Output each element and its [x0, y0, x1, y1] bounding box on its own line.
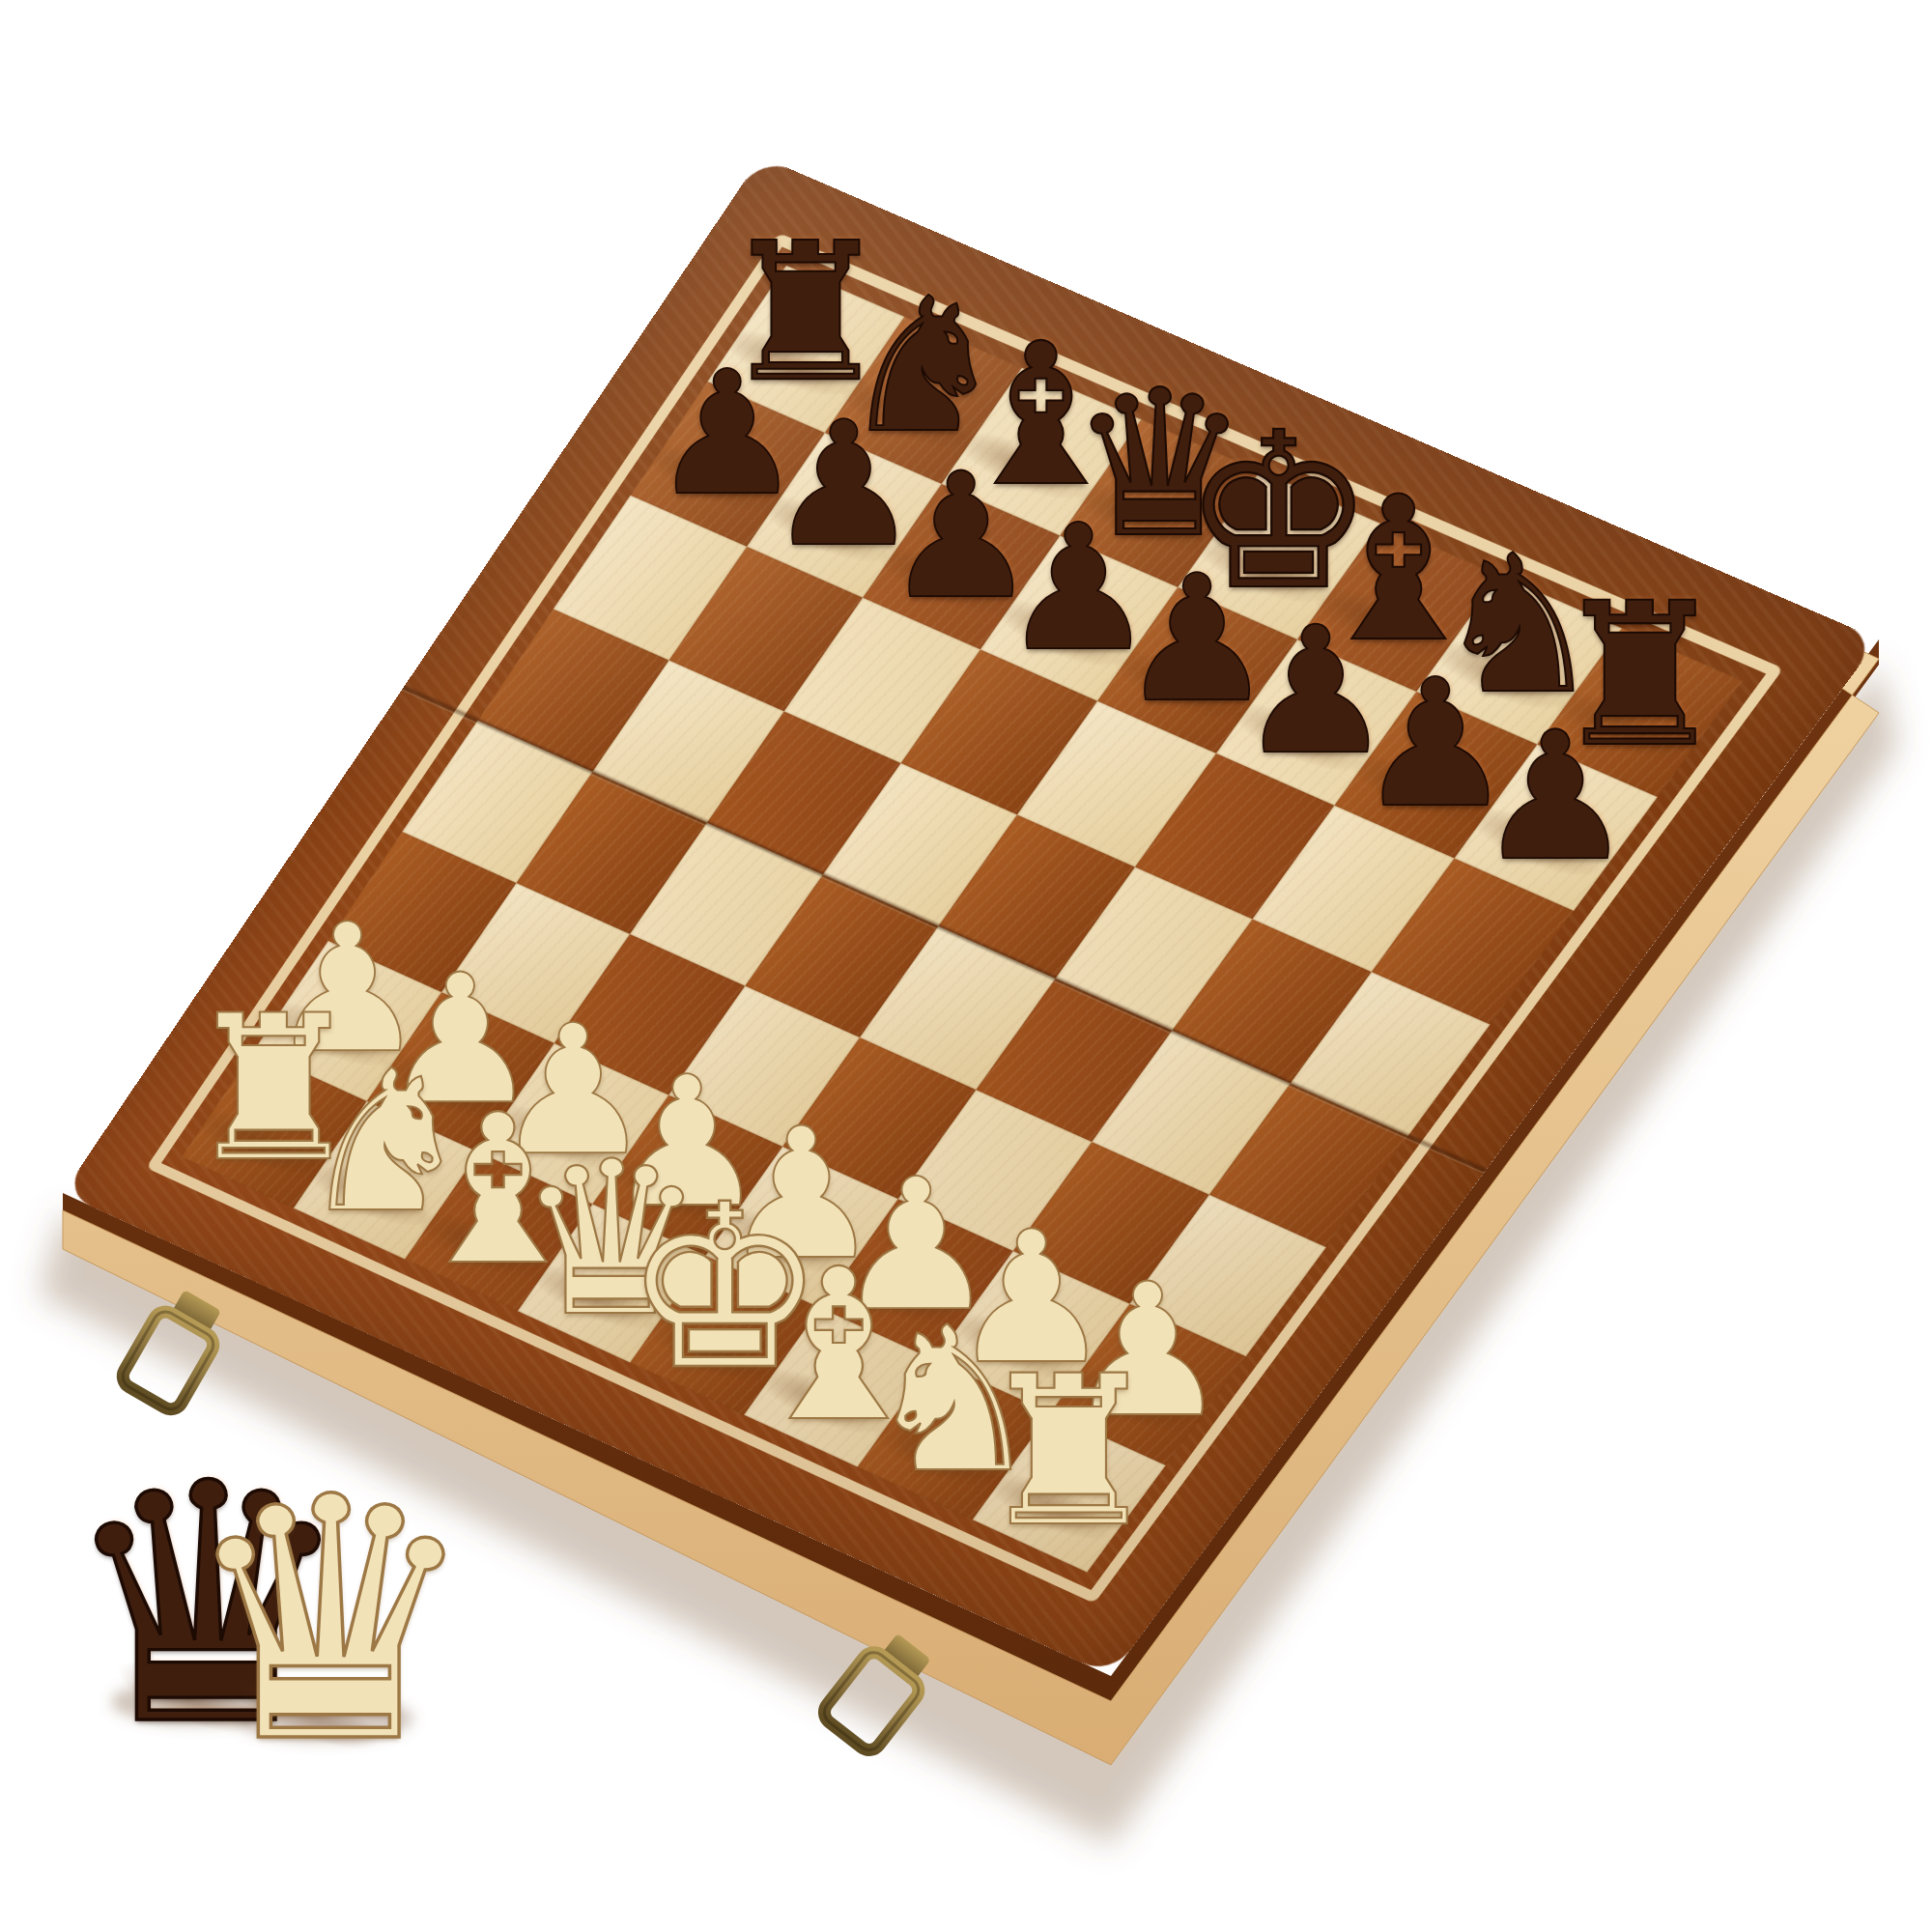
piece-black-pawn-h7[interactable]: ♟	[1467, 708, 1644, 885]
piece-spare-white-queen[interactable]: ♛	[163, 1454, 498, 1789]
piece-white-rook-h1[interactable]: ♜	[965, 1349, 1172, 1555]
scene: ♜♞♝♟♛♟♚♟♝♟♞♟♜♟♟♟♟♟♟♜♟♞♟♝♟♛♟♚♟♝♞♜♛♛	[0, 0, 1932, 1932]
